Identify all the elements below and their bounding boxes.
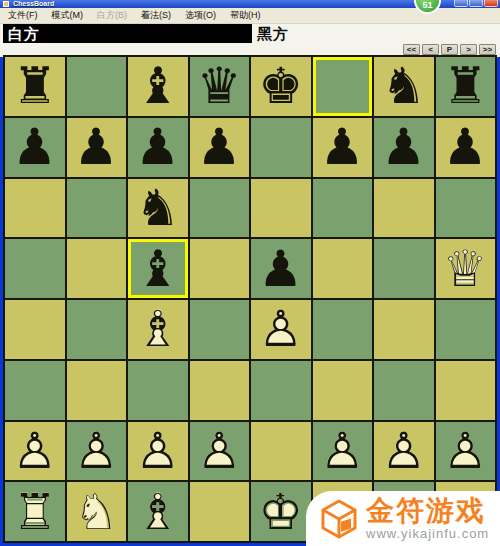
square-c1[interactable]: ♝♗	[128, 482, 188, 541]
square-c6[interactable]: ♞	[128, 179, 188, 238]
square-d4[interactable]	[190, 300, 250, 359]
square-g4[interactable]	[374, 300, 434, 359]
square-f8[interactable]	[313, 57, 373, 116]
square-c5[interactable]: ♝	[128, 239, 188, 298]
square-e3[interactable]	[251, 361, 311, 420]
square-e2[interactable]	[251, 422, 311, 481]
square-e8[interactable]: ♚	[251, 57, 311, 116]
square-e5[interactable]: ♟	[251, 239, 311, 298]
cube-logo-icon	[319, 498, 359, 540]
piece-white-pawn[interactable]: ♟♙	[313, 422, 373, 481]
piece-white-pawn[interactable]: ♟♙	[190, 422, 250, 481]
square-f5[interactable]	[313, 239, 373, 298]
square-g8[interactable]: ♞	[374, 57, 434, 116]
square-f4[interactable]	[313, 300, 373, 359]
menu-options[interactable]: 选项(O)	[185, 9, 216, 22]
piece-black-bishop[interactable]: ♝	[128, 239, 188, 298]
close-button[interactable]	[484, 0, 498, 7]
square-h6[interactable]	[436, 179, 496, 238]
piece-white-pawn[interactable]: ♟♙	[5, 422, 65, 481]
piece-black-pawn[interactable]: ♟	[128, 118, 188, 177]
square-c8[interactable]: ♝	[128, 57, 188, 116]
menu-help[interactable]: 帮助(H)	[230, 9, 261, 22]
piece-white-rook[interactable]: ♜♖	[5, 482, 65, 541]
square-g7[interactable]: ♟	[374, 118, 434, 177]
nav-next-button[interactable]: >	[460, 44, 477, 55]
piece-white-pawn[interactable]: ♟♙	[128, 422, 188, 481]
watermark-brand: 金符游戏	[366, 497, 489, 525]
menu-moves[interactable]: 着法(S)	[141, 9, 171, 22]
piece-black-pawn[interactable]: ♟	[5, 118, 65, 177]
piece-black-pawn[interactable]: ♟	[251, 239, 311, 298]
chess-board: ♜♝♛♚♞♜♟♟♟♟♟♟♟♞♝♟♛♕♝♗♟♙♟♙♟♙♟♙♟♙♟♙♟♙♟♙♜♖♞♘…	[3, 55, 497, 543]
title-bar: ChessBoard 51	[0, 0, 500, 8]
piece-black-king[interactable]: ♚	[251, 57, 311, 116]
black-side-label: 黑方	[252, 24, 289, 43]
square-d7[interactable]: ♟	[190, 118, 250, 177]
square-d8[interactable]: ♛	[190, 57, 250, 116]
square-b1[interactable]: ♞♘	[67, 482, 127, 541]
square-c7[interactable]: ♟	[128, 118, 188, 177]
square-a1[interactable]: ♜♖	[5, 482, 65, 541]
piece-black-rook[interactable]: ♜	[5, 57, 65, 116]
square-f3[interactable]	[313, 361, 373, 420]
menu-file[interactable]: 文件(F)	[8, 9, 38, 22]
board-area: ♜♝♛♚♞♜♟♟♟♟♟♟♟♞♝♟♛♕♝♗♟♙♟♙♟♙♟♙♟♙♟♙♟♙♟♙♜♖♞♘…	[3, 55, 497, 543]
square-e4[interactable]: ♟♙	[251, 300, 311, 359]
square-d1[interactable]	[190, 482, 250, 541]
square-h7[interactable]: ♟	[436, 118, 496, 177]
square-a2[interactable]: ♟♙	[5, 422, 65, 481]
watermark: 金符游戏 www.yikajinfu.com	[306, 491, 500, 546]
square-b3[interactable]	[67, 361, 127, 420]
square-b5[interactable]	[67, 239, 127, 298]
piece-black-pawn[interactable]: ♟	[190, 118, 250, 177]
square-g5[interactable]	[374, 239, 434, 298]
white-side-indicator: 白方	[3, 24, 252, 43]
square-d3[interactable]	[190, 361, 250, 420]
piece-black-bishop[interactable]: ♝	[128, 57, 188, 116]
window-title: ChessBoard	[13, 0, 54, 8]
square-c4[interactable]: ♝♗	[128, 300, 188, 359]
square-h5[interactable]: ♛♕	[436, 239, 496, 298]
square-h3[interactable]	[436, 361, 496, 420]
piece-black-rook[interactable]: ♜	[436, 57, 496, 116]
square-a5[interactable]	[5, 239, 65, 298]
minimize-button[interactable]	[454, 0, 468, 7]
square-b7[interactable]: ♟	[67, 118, 127, 177]
window-controls	[454, 0, 498, 7]
piece-black-knight[interactable]: ♞	[128, 179, 188, 238]
square-a3[interactable]	[5, 361, 65, 420]
piece-white-pawn[interactable]: ♟♙	[251, 300, 311, 359]
watermark-url: www.yikajinfu.com	[366, 527, 489, 540]
square-e7[interactable]	[251, 118, 311, 177]
square-c2[interactable]: ♟♙	[128, 422, 188, 481]
piece-black-pawn[interactable]: ♟	[436, 118, 496, 177]
piece-white-bishop[interactable]: ♝♗	[128, 300, 188, 359]
piece-white-knight[interactable]: ♞♘	[67, 482, 127, 541]
square-f2[interactable]: ♟♙	[313, 422, 373, 481]
piece-black-knight[interactable]: ♞	[374, 57, 434, 116]
square-a6[interactable]	[5, 179, 65, 238]
piece-white-bishop[interactable]: ♝♗	[128, 482, 188, 541]
nav-prev-button[interactable]: <	[422, 44, 439, 55]
square-a7[interactable]: ♟	[5, 118, 65, 177]
square-e1[interactable]: ♚♔	[251, 482, 311, 541]
menu-mode[interactable]: 模式(M)	[52, 9, 84, 22]
piece-black-pawn[interactable]: ♟	[313, 118, 373, 177]
maximize-button[interactable]	[469, 0, 483, 7]
square-h4[interactable]	[436, 300, 496, 359]
piece-black-queen[interactable]: ♛	[190, 57, 250, 116]
square-h2[interactable]: ♟♙	[436, 422, 496, 481]
piece-black-pawn[interactable]: ♟	[67, 118, 127, 177]
square-b6[interactable]	[67, 179, 127, 238]
piece-white-king[interactable]: ♚♔	[251, 482, 311, 541]
piece-black-pawn[interactable]: ♟	[374, 118, 434, 177]
square-b4[interactable]	[67, 300, 127, 359]
nav-first-button[interactable]: <<	[403, 44, 420, 55]
square-g6[interactable]	[374, 179, 434, 238]
square-f6[interactable]	[313, 179, 373, 238]
nav-play-button[interactable]: P	[441, 44, 458, 55]
piece-white-queen[interactable]: ♛♕	[436, 239, 496, 298]
square-d6[interactable]	[190, 179, 250, 238]
turn-indicator-bar: 白方 黑方	[0, 24, 500, 43]
square-g3[interactable]	[374, 361, 434, 420]
square-c3[interactable]	[128, 361, 188, 420]
square-b8[interactable]	[67, 57, 127, 116]
piece-white-pawn[interactable]: ♟♙	[374, 422, 434, 481]
square-f7[interactable]: ♟	[313, 118, 373, 177]
app-icon	[3, 1, 9, 7]
square-b2[interactable]: ♟♙	[67, 422, 127, 481]
menu-white-side: 白方(B)	[97, 9, 127, 22]
piece-white-pawn[interactable]: ♟♙	[436, 422, 496, 481]
square-g2[interactable]: ♟♙	[374, 422, 434, 481]
square-a4[interactable]	[5, 300, 65, 359]
square-d5[interactable]	[190, 239, 250, 298]
square-e6[interactable]	[251, 179, 311, 238]
piece-white-pawn[interactable]: ♟♙	[67, 422, 127, 481]
square-a8[interactable]: ♜	[5, 57, 65, 116]
nav-last-button[interactable]: >>	[479, 44, 496, 55]
square-d2[interactable]: ♟♙	[190, 422, 250, 481]
square-h8[interactable]: ♜	[436, 57, 496, 116]
